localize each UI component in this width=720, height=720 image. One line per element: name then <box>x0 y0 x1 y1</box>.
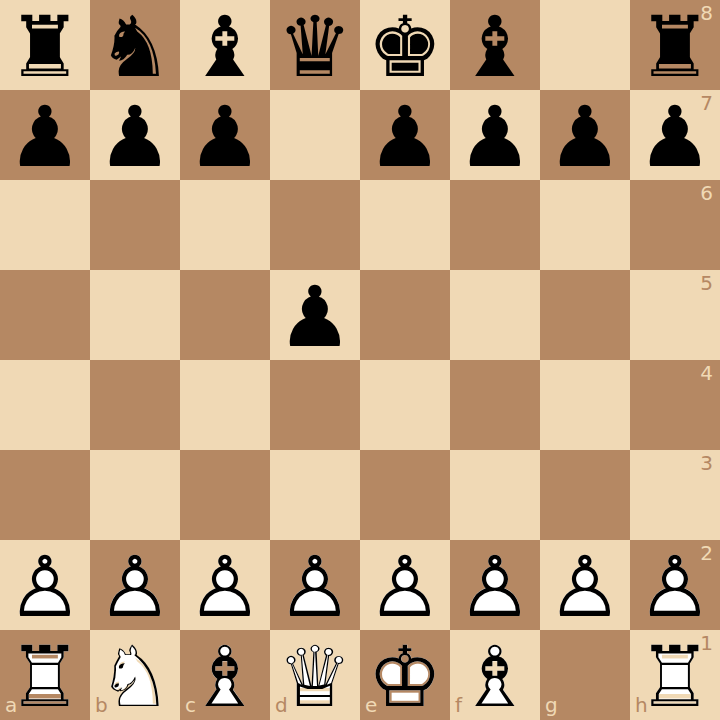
square-a4[interactable] <box>0 360 90 450</box>
square-h4[interactable]: 4 <box>630 360 720 450</box>
square-f2[interactable]: ♟♙ <box>450 540 540 630</box>
square-h3[interactable]: 3 <box>630 450 720 540</box>
square-e3[interactable] <box>360 450 450 540</box>
white-pawn-outline: ♙ <box>0 542 90 632</box>
black-rook-glyph: ♜ <box>630 2 720 92</box>
square-c6[interactable] <box>180 180 270 270</box>
white-pawn-outline: ♙ <box>360 542 450 632</box>
square-f4[interactable] <box>450 360 540 450</box>
square-c4[interactable] <box>180 360 270 450</box>
square-b6[interactable] <box>90 180 180 270</box>
square-a1[interactable]: ♜♖a <box>0 630 90 720</box>
square-c3[interactable] <box>180 450 270 540</box>
black-king-glyph: ♚ <box>360 2 450 92</box>
black-pawn-glyph: ♟ <box>450 92 540 182</box>
square-f1[interactable]: ♝♗f <box>450 630 540 720</box>
square-f7[interactable]: ♟ <box>450 90 540 180</box>
white-bishop: ♝♗ <box>450 630 540 720</box>
square-e2[interactable]: ♟♙ <box>360 540 450 630</box>
square-a2[interactable]: ♟♙ <box>0 540 90 630</box>
square-e1[interactable]: ♚♔e <box>360 630 450 720</box>
square-b5[interactable] <box>90 270 180 360</box>
black-pawn: ♟ <box>270 270 360 360</box>
white-pawn-outline: ♙ <box>180 542 270 632</box>
black-pawn: ♟ <box>180 90 270 180</box>
white-rook-outline: ♖ <box>0 632 90 720</box>
square-g1[interactable]: g <box>540 630 630 720</box>
white-bishop: ♝♗ <box>180 630 270 720</box>
black-knight-glyph: ♞ <box>90 2 180 92</box>
square-b7[interactable]: ♟ <box>90 90 180 180</box>
square-b1[interactable]: ♞♘b <box>90 630 180 720</box>
white-king: ♚♔ <box>360 630 450 720</box>
square-g5[interactable] <box>540 270 630 360</box>
square-b2[interactable]: ♟♙ <box>90 540 180 630</box>
black-queen: ♛ <box>270 0 360 90</box>
white-pawn: ♟♙ <box>90 540 180 630</box>
white-pawn-outline: ♙ <box>90 542 180 632</box>
white-pawn: ♟♙ <box>270 540 360 630</box>
rank-label-3: 3 <box>700 453 713 473</box>
white-pawn: ♟♙ <box>180 540 270 630</box>
black-pawn-glyph: ♟ <box>0 92 90 182</box>
white-rook: ♜♖ <box>0 630 90 720</box>
black-pawn-glyph: ♟ <box>270 272 360 362</box>
square-g6[interactable] <box>540 180 630 270</box>
square-h2[interactable]: ♟♙2 <box>630 540 720 630</box>
square-h1[interactable]: ♜♖1h <box>630 630 720 720</box>
square-d2[interactable]: ♟♙ <box>270 540 360 630</box>
white-king-outline: ♔ <box>360 632 450 720</box>
black-pawn-glyph: ♟ <box>360 92 450 182</box>
white-pawn: ♟♙ <box>540 540 630 630</box>
white-pawn-outline: ♙ <box>630 542 720 632</box>
square-e7[interactable]: ♟ <box>360 90 450 180</box>
square-a8[interactable]: ♜ <box>0 0 90 90</box>
black-pawn: ♟ <box>450 90 540 180</box>
square-a5[interactable] <box>0 270 90 360</box>
square-g3[interactable] <box>540 450 630 540</box>
square-d6[interactable] <box>270 180 360 270</box>
white-queen: ♛♕ <box>270 630 360 720</box>
square-f5[interactable] <box>450 270 540 360</box>
white-pawn: ♟♙ <box>630 540 720 630</box>
square-c1[interactable]: ♝♗c <box>180 630 270 720</box>
square-f8[interactable]: ♝ <box>450 0 540 90</box>
white-pawn: ♟♙ <box>0 540 90 630</box>
rank-label-5: 5 <box>700 273 713 293</box>
black-pawn: ♟ <box>90 90 180 180</box>
square-d5[interactable]: ♟ <box>270 270 360 360</box>
square-d8[interactable]: ♛ <box>270 0 360 90</box>
black-pawn: ♟ <box>630 90 720 180</box>
square-c2[interactable]: ♟♙ <box>180 540 270 630</box>
square-f6[interactable] <box>450 180 540 270</box>
square-e6[interactable] <box>360 180 450 270</box>
black-rook-glyph: ♜ <box>0 2 90 92</box>
black-pawn: ♟ <box>360 90 450 180</box>
black-rook: ♜ <box>630 0 720 90</box>
white-knight: ♞♘ <box>90 630 180 720</box>
white-pawn-outline: ♙ <box>450 542 540 632</box>
black-knight: ♞ <box>90 0 180 90</box>
white-bishop-outline: ♗ <box>450 632 540 720</box>
white-bishop-outline: ♗ <box>180 632 270 720</box>
black-pawn-glyph: ♟ <box>540 92 630 182</box>
black-bishop-glyph: ♝ <box>450 2 540 92</box>
square-d1[interactable]: ♛♕d <box>270 630 360 720</box>
white-knight-outline: ♘ <box>90 632 180 720</box>
black-king: ♚ <box>360 0 450 90</box>
black-queen-glyph: ♛ <box>270 2 360 92</box>
square-g8[interactable] <box>540 0 630 90</box>
square-a6[interactable] <box>0 180 90 270</box>
white-queen-outline: ♕ <box>270 632 360 720</box>
black-bishop: ♝ <box>180 0 270 90</box>
square-g2[interactable]: ♟♙ <box>540 540 630 630</box>
file-label-g: g <box>545 695 558 715</box>
square-h8[interactable]: ♜8 <box>630 0 720 90</box>
chess-board: ♜♞♝♛♚♝♜8♟♟♟♟♟♟♟76♟543♟♙♟♙♟♙♟♙♟♙♟♙♟♙♟♙2♜♖… <box>0 0 720 720</box>
square-e4[interactable] <box>360 360 450 450</box>
white-rook-outline: ♖ <box>630 632 720 720</box>
square-b3[interactable] <box>90 450 180 540</box>
black-pawn: ♟ <box>540 90 630 180</box>
square-h6[interactable]: 6 <box>630 180 720 270</box>
black-pawn-glyph: ♟ <box>180 92 270 182</box>
square-a3[interactable] <box>0 450 90 540</box>
black-bishop: ♝ <box>450 0 540 90</box>
square-h7[interactable]: ♟7 <box>630 90 720 180</box>
square-g7[interactable]: ♟ <box>540 90 630 180</box>
black-pawn-glyph: ♟ <box>90 92 180 182</box>
black-rook: ♜ <box>0 0 90 90</box>
rank-label-6: 6 <box>700 183 713 203</box>
square-h5[interactable]: 5 <box>630 270 720 360</box>
black-bishop-glyph: ♝ <box>180 2 270 92</box>
black-pawn-glyph: ♟ <box>630 92 720 182</box>
square-e5[interactable] <box>360 270 450 360</box>
square-d7[interactable] <box>270 90 360 180</box>
white-pawn-outline: ♙ <box>270 542 360 632</box>
white-pawn: ♟♙ <box>450 540 540 630</box>
square-b8[interactable]: ♞ <box>90 0 180 90</box>
rank-label-4: 4 <box>700 363 713 383</box>
square-a7[interactable]: ♟ <box>0 90 90 180</box>
white-pawn-outline: ♙ <box>540 542 630 632</box>
white-rook: ♜♖ <box>630 630 720 720</box>
square-f3[interactable] <box>450 450 540 540</box>
square-b4[interactable] <box>90 360 180 450</box>
square-d4[interactable] <box>270 360 360 450</box>
white-pawn: ♟♙ <box>360 540 450 630</box>
black-pawn: ♟ <box>0 90 90 180</box>
square-g4[interactable] <box>540 360 630 450</box>
square-c7[interactable]: ♟ <box>180 90 270 180</box>
square-c8[interactable]: ♝ <box>180 0 270 90</box>
square-e8[interactable]: ♚ <box>360 0 450 90</box>
square-d3[interactable] <box>270 450 360 540</box>
square-c5[interactable] <box>180 270 270 360</box>
